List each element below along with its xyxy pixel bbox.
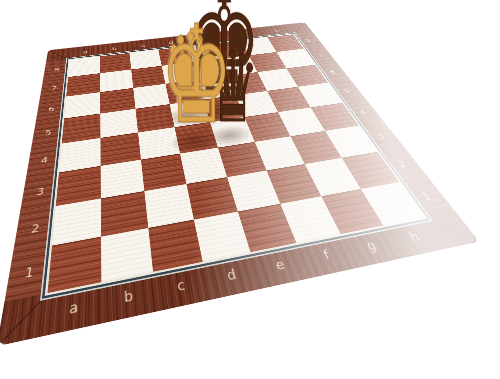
white-king-glyph: ♚ (144, 10, 248, 139)
photo-scene: aabbccddeeffgghh8877665544332211 ♛♚♚♛ (0, 0, 500, 379)
product-photo: aabbccddeeffgghh8877665544332211 ♛♚♚♛ (0, 0, 500, 379)
chessboard: aabbccddeeffgghh8877665544332211 ♛♚♚♛ (0, 22, 479, 346)
